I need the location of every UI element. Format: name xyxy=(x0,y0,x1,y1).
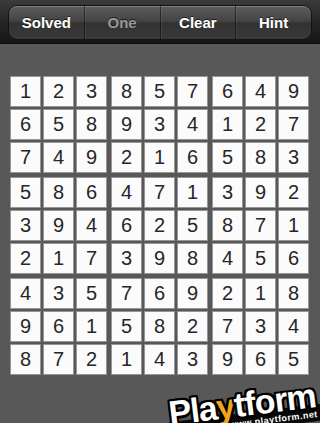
sudoku-cell-r4c1[interactable]: 5 xyxy=(10,177,41,208)
sudoku-cell-r7c6[interactable]: 9 xyxy=(177,278,208,309)
sudoku-cell-r3c2[interactable]: 4 xyxy=(43,142,74,173)
sudoku-cell-r6c2[interactable]: 1 xyxy=(43,243,74,274)
sudoku-cell-r9c8[interactable]: 6 xyxy=(245,344,276,375)
sudoku-cell-r6c5[interactable]: 9 xyxy=(144,243,175,274)
sudoku-cell-r8c6[interactable]: 2 xyxy=(177,311,208,342)
sudoku-box-9: 218734965 xyxy=(212,278,309,375)
sudoku-cell-r8c8[interactable]: 3 xyxy=(245,311,276,342)
sudoku-cell-r3c4[interactable]: 2 xyxy=(111,142,142,173)
sudoku-cell-r4c5[interactable]: 7 xyxy=(144,177,175,208)
sudoku-box-4: 586394217 xyxy=(10,177,107,274)
watermark-url-bar xyxy=(166,403,320,423)
sudoku-cell-r9c6[interactable]: 3 xyxy=(177,344,208,375)
sudoku-box-5: 471625398 xyxy=(111,177,208,274)
sudoku-cell-r8c7[interactable]: 7 xyxy=(212,311,243,342)
sudoku-cell-r6c8[interactable]: 5 xyxy=(245,243,276,274)
sudoku-cell-r8c5[interactable]: 8 xyxy=(144,311,175,342)
sudoku-cell-r7c8[interactable]: 1 xyxy=(245,278,276,309)
sudoku-cell-r2c7[interactable]: 1 xyxy=(212,109,243,140)
sudoku-cell-r4c9[interactable]: 2 xyxy=(278,177,309,208)
sudoku-cell-r5c7[interactable]: 8 xyxy=(212,210,243,241)
sudoku-cell-r3c5[interactable]: 1 xyxy=(144,142,175,173)
sudoku-cell-r2c6[interactable]: 4 xyxy=(177,109,208,140)
sudoku-cell-r1c1[interactable]: 1 xyxy=(10,76,41,107)
sudoku-cell-r2c8[interactable]: 2 xyxy=(245,109,276,140)
sudoku-cell-r9c7[interactable]: 9 xyxy=(212,344,243,375)
sudoku-cell-r2c4[interactable]: 9 xyxy=(111,109,142,140)
sudoku-cell-r5c3[interactable]: 4 xyxy=(76,210,107,241)
sudoku-board: 1236587498579342166491275835863942174716… xyxy=(10,76,309,375)
sudoku-cell-r1c9[interactable]: 9 xyxy=(278,76,309,107)
solved-button[interactable]: Solved xyxy=(9,6,84,39)
sudoku-cell-r4c6[interactable]: 1 xyxy=(177,177,208,208)
segmented-control: Solved One Clear Hint xyxy=(8,5,312,40)
sudoku-cell-r8c2[interactable]: 6 xyxy=(43,311,74,342)
sudoku-cell-r7c9[interactable]: 8 xyxy=(278,278,309,309)
sudoku-cell-r4c4[interactable]: 4 xyxy=(111,177,142,208)
sudoku-cell-r1c8[interactable]: 4 xyxy=(245,76,276,107)
brand-accent: y xyxy=(214,386,236,423)
sudoku-cell-r3c6[interactable]: 6 xyxy=(177,142,208,173)
sudoku-cell-r3c3[interactable]: 9 xyxy=(76,142,107,173)
sudoku-cell-r9c1[interactable]: 8 xyxy=(10,344,41,375)
sudoku-cell-r8c1[interactable]: 9 xyxy=(10,311,41,342)
sudoku-box-3: 649127583 xyxy=(212,76,309,173)
sudoku-cell-r5c2[interactable]: 9 xyxy=(43,210,74,241)
sudoku-cell-r8c9[interactable]: 4 xyxy=(278,311,309,342)
sudoku-cell-r5c4[interactable]: 6 xyxy=(111,210,142,241)
sudoku-cell-r7c4[interactable]: 7 xyxy=(111,278,142,309)
hint-button[interactable]: Hint xyxy=(235,6,311,39)
sudoku-cell-r9c2[interactable]: 7 xyxy=(43,344,74,375)
sudoku-cell-r3c1[interactable]: 7 xyxy=(10,142,41,173)
sudoku-cell-r1c4[interactable]: 8 xyxy=(111,76,142,107)
sudoku-box-2: 857934216 xyxy=(111,76,208,173)
sudoku-cell-r4c2[interactable]: 8 xyxy=(43,177,74,208)
sudoku-cell-r6c1[interactable]: 2 xyxy=(10,243,41,274)
sudoku-cell-r1c6[interactable]: 7 xyxy=(177,76,208,107)
sudoku-cell-r6c3[interactable]: 7 xyxy=(76,243,107,274)
sudoku-cell-r7c2[interactable]: 3 xyxy=(43,278,74,309)
watermark-url: www.playtform.net xyxy=(229,409,318,423)
sudoku-box-6: 392871456 xyxy=(212,177,309,274)
sudoku-box-7: 435961872 xyxy=(10,278,107,375)
sudoku-cell-r2c1[interactable]: 6 xyxy=(10,109,41,140)
sudoku-cell-r2c3[interactable]: 8 xyxy=(76,109,107,140)
sudoku-cell-r6c9[interactable]: 6 xyxy=(278,243,309,274)
brand-pre: Pla xyxy=(166,388,218,423)
sudoku-cell-r5c5[interactable]: 2 xyxy=(144,210,175,241)
sudoku-cell-r3c7[interactable]: 5 xyxy=(212,142,243,173)
sudoku-cell-r8c4[interactable]: 5 xyxy=(111,311,142,342)
sudoku-cell-r5c9[interactable]: 1 xyxy=(278,210,309,241)
sudoku-cell-r5c6[interactable]: 5 xyxy=(177,210,208,241)
sudoku-cell-r9c3[interactable]: 2 xyxy=(76,344,107,375)
sudoku-cell-r1c3[interactable]: 3 xyxy=(76,76,107,107)
sudoku-cell-r7c7[interactable]: 2 xyxy=(212,278,243,309)
sudoku-cell-r2c5[interactable]: 3 xyxy=(144,109,175,140)
sudoku-cell-r4c7[interactable]: 3 xyxy=(212,177,243,208)
sudoku-cell-r9c5[interactable]: 4 xyxy=(144,344,175,375)
toolbar: Solved One Clear Hint xyxy=(0,0,320,44)
watermark: Playtform www.playtform.net xyxy=(120,369,320,423)
sudoku-cell-r9c9[interactable]: 5 xyxy=(278,344,309,375)
sudoku-cell-r9c4[interactable]: 1 xyxy=(111,344,142,375)
sudoku-cell-r8c3[interactable]: 1 xyxy=(76,311,107,342)
brand-post: tform xyxy=(232,376,318,423)
sudoku-cell-r5c1[interactable]: 3 xyxy=(10,210,41,241)
sudoku-box-1: 123658749 xyxy=(10,76,107,173)
sudoku-cell-r5c8[interactable]: 7 xyxy=(245,210,276,241)
sudoku-box-8: 769582143 xyxy=(111,278,208,375)
sudoku-cell-r1c2[interactable]: 2 xyxy=(43,76,74,107)
sudoku-cell-r7c3[interactable]: 5 xyxy=(76,278,107,309)
sudoku-cell-r4c8[interactable]: 9 xyxy=(245,177,276,208)
sudoku-cell-r3c9[interactable]: 3 xyxy=(278,142,309,173)
sudoku-cell-r7c1[interactable]: 4 xyxy=(10,278,41,309)
watermark-brand: Playtform xyxy=(166,376,318,423)
sudoku-cell-r2c2[interactable]: 5 xyxy=(43,109,74,140)
sudoku-cell-r6c6[interactable]: 8 xyxy=(177,243,208,274)
one-button[interactable]: One xyxy=(84,6,160,39)
sudoku-cell-r6c7[interactable]: 4 xyxy=(212,243,243,274)
sudoku-cell-r7c5[interactable]: 6 xyxy=(144,278,175,309)
sudoku-cell-r6c4[interactable]: 3 xyxy=(111,243,142,274)
watermark-rotated-wrap: Playtform www.playtform.net xyxy=(166,376,318,423)
sudoku-cell-r2c9[interactable]: 7 xyxy=(278,109,309,140)
sudoku-cell-r1c5[interactable]: 5 xyxy=(144,76,175,107)
sudoku-cell-r3c8[interactable]: 8 xyxy=(245,142,276,173)
sudoku-cell-r1c7[interactable]: 6 xyxy=(212,76,243,107)
sudoku-cell-r4c3[interactable]: 6 xyxy=(76,177,107,208)
clear-button[interactable]: Clear xyxy=(160,6,236,39)
